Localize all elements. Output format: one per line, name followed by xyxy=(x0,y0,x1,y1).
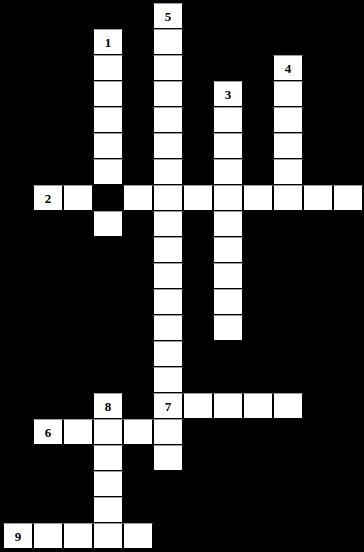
blocked-cell xyxy=(303,263,333,289)
grid-cell[interactable]: 3 xyxy=(213,81,243,107)
grid-cell[interactable] xyxy=(213,237,243,263)
blocked-cell xyxy=(273,3,303,29)
blocked-cell xyxy=(183,497,213,523)
blocked-cell xyxy=(93,263,123,289)
grid-cell[interactable] xyxy=(153,107,183,133)
blocked-cell xyxy=(273,237,303,263)
blocked-cell xyxy=(243,315,273,341)
blocked-cell xyxy=(333,445,363,471)
blocked-cell xyxy=(33,341,63,367)
clue-number: 7 xyxy=(165,400,172,413)
blocked-cell xyxy=(213,55,243,81)
blocked-cell xyxy=(333,315,363,341)
grid-cell[interactable] xyxy=(63,419,93,445)
grid-cell[interactable] xyxy=(153,419,183,445)
grid-cell[interactable] xyxy=(153,211,183,237)
blocked-cell xyxy=(33,237,63,263)
blocked-cell xyxy=(243,159,273,185)
grid-cell[interactable] xyxy=(153,55,183,81)
grid-cell[interactable] xyxy=(213,263,243,289)
blocked-cell xyxy=(63,3,93,29)
blocked-cell xyxy=(33,367,63,393)
grid-cell[interactable] xyxy=(153,263,183,289)
blocked-cell xyxy=(273,341,303,367)
blocked-cell xyxy=(333,523,363,549)
grid-cell[interactable] xyxy=(153,133,183,159)
blocked-cell xyxy=(273,315,303,341)
blocked-cell xyxy=(333,133,363,159)
blocked-cell xyxy=(333,159,363,185)
grid-cell[interactable]: 9 xyxy=(3,523,33,549)
blocked-cell xyxy=(63,81,93,107)
blocked-cell xyxy=(123,237,153,263)
blocked-cell xyxy=(123,55,153,81)
blocked-cell xyxy=(3,367,33,393)
grid-cell[interactable] xyxy=(153,367,183,393)
grid-cell[interactable]: 8 xyxy=(93,393,123,419)
grid-cell[interactable] xyxy=(93,471,123,497)
blocked-cell xyxy=(183,159,213,185)
blocked-cell xyxy=(33,29,63,55)
blocked-cell xyxy=(123,211,153,237)
grid-cell[interactable] xyxy=(183,185,213,211)
blocked-cell xyxy=(333,497,363,523)
blocked-cell xyxy=(243,523,273,549)
grid-cell[interactable]: 1 xyxy=(93,29,123,55)
grid-cell[interactable] xyxy=(273,159,303,185)
blocked-cell xyxy=(273,211,303,237)
blocked-cell xyxy=(243,367,273,393)
blocked-cell xyxy=(93,185,123,211)
grid-cell[interactable] xyxy=(213,107,243,133)
blocked-cell xyxy=(63,159,93,185)
clue-number: 5 xyxy=(165,10,172,23)
blocked-cell xyxy=(123,3,153,29)
blocked-cell xyxy=(123,81,153,107)
blocked-cell xyxy=(63,315,93,341)
blocked-cell xyxy=(303,3,333,29)
grid-cell[interactable] xyxy=(153,185,183,211)
blocked-cell xyxy=(3,237,33,263)
blocked-cell xyxy=(303,159,333,185)
blocked-cell xyxy=(213,419,243,445)
grid-cell[interactable]: 2 xyxy=(33,185,63,211)
grid-cell[interactable] xyxy=(123,185,153,211)
blocked-cell xyxy=(243,29,273,55)
blocked-cell xyxy=(333,471,363,497)
blocked-cell xyxy=(303,393,333,419)
blocked-cell xyxy=(93,289,123,315)
blocked-cell xyxy=(213,29,243,55)
blocked-cell xyxy=(273,419,303,445)
grid-cell[interactable] xyxy=(273,133,303,159)
blocked-cell xyxy=(123,445,153,471)
blocked-cell xyxy=(63,133,93,159)
blocked-cell xyxy=(3,393,33,419)
blocked-cell xyxy=(273,471,303,497)
blocked-cell xyxy=(123,393,153,419)
blocked-cell xyxy=(33,315,63,341)
blocked-cell xyxy=(123,497,153,523)
blocked-cell xyxy=(3,341,33,367)
blocked-cell xyxy=(333,237,363,263)
blocked-cell xyxy=(123,315,153,341)
blocked-cell xyxy=(123,159,153,185)
grid-cell[interactable] xyxy=(213,393,243,419)
blocked-cell xyxy=(33,3,63,29)
blocked-cell xyxy=(93,341,123,367)
blocked-cell xyxy=(93,3,123,29)
grid-cell[interactable] xyxy=(93,81,123,107)
blocked-cell xyxy=(63,55,93,81)
grid-cell[interactable] xyxy=(333,185,363,211)
blocked-cell xyxy=(183,29,213,55)
blocked-cell xyxy=(123,263,153,289)
blocked-cell xyxy=(33,107,63,133)
blocked-cell xyxy=(123,289,153,315)
blocked-cell xyxy=(243,133,273,159)
blocked-cell xyxy=(33,211,63,237)
blocked-cell xyxy=(63,497,93,523)
blocked-cell xyxy=(63,445,93,471)
blocked-cell xyxy=(153,497,183,523)
blocked-cell xyxy=(303,29,333,55)
grid-cell[interactable] xyxy=(303,185,333,211)
blocked-cell xyxy=(3,107,33,133)
grid-cell[interactable] xyxy=(273,393,303,419)
grid-cell[interactable] xyxy=(243,393,273,419)
blocked-cell xyxy=(33,159,63,185)
blocked-cell xyxy=(333,263,363,289)
blocked-cell xyxy=(63,211,93,237)
grid-cell[interactable] xyxy=(93,497,123,523)
blocked-cell xyxy=(33,81,63,107)
blocked-cell xyxy=(303,445,333,471)
blocked-cell xyxy=(183,133,213,159)
blocked-cell xyxy=(333,211,363,237)
blocked-cell xyxy=(243,419,273,445)
grid-cell[interactable] xyxy=(213,289,243,315)
blocked-cell xyxy=(33,289,63,315)
blocked-cell xyxy=(273,289,303,315)
blocked-cell xyxy=(183,367,213,393)
blocked-cell xyxy=(63,367,93,393)
blocked-cell xyxy=(183,211,213,237)
blocked-cell xyxy=(123,367,153,393)
grid-cell[interactable] xyxy=(153,159,183,185)
blocked-cell xyxy=(93,367,123,393)
blocked-cell xyxy=(243,471,273,497)
blocked-cell xyxy=(93,315,123,341)
blocked-cell xyxy=(33,445,63,471)
blocked-cell xyxy=(243,289,273,315)
blocked-cell xyxy=(303,341,333,367)
grid-cell[interactable] xyxy=(153,445,183,471)
grid-cell[interactable] xyxy=(33,523,63,549)
blocked-cell xyxy=(183,341,213,367)
blocked-cell xyxy=(243,107,273,133)
grid-cell[interactable] xyxy=(213,211,243,237)
grid-cell[interactable] xyxy=(153,341,183,367)
blocked-cell xyxy=(183,471,213,497)
blocked-cell xyxy=(213,471,243,497)
blocked-cell xyxy=(303,419,333,445)
grid-cell[interactable] xyxy=(93,445,123,471)
blocked-cell xyxy=(3,29,33,55)
blocked-cell xyxy=(33,393,63,419)
blocked-cell xyxy=(303,315,333,341)
blocked-cell xyxy=(333,367,363,393)
grid-cell[interactable]: 4 xyxy=(273,55,303,81)
blocked-cell xyxy=(33,133,63,159)
blocked-cell xyxy=(183,263,213,289)
blocked-cell xyxy=(123,341,153,367)
blocked-cell xyxy=(333,29,363,55)
grid-cell[interactable] xyxy=(63,185,93,211)
blocked-cell xyxy=(183,81,213,107)
blocked-cell xyxy=(213,341,243,367)
blocked-cell xyxy=(123,471,153,497)
blocked-cell xyxy=(333,55,363,81)
blocked-cell xyxy=(3,445,33,471)
grid-cell[interactable] xyxy=(213,315,243,341)
blocked-cell xyxy=(63,263,93,289)
blocked-cell xyxy=(303,133,333,159)
blocked-cell xyxy=(63,289,93,315)
blocked-cell xyxy=(3,81,33,107)
blocked-cell xyxy=(3,159,33,185)
blocked-cell xyxy=(303,523,333,549)
blocked-cell xyxy=(3,3,33,29)
blocked-cell xyxy=(63,107,93,133)
blocked-cell xyxy=(3,263,33,289)
blocked-cell xyxy=(273,523,303,549)
grid-cell[interactable] xyxy=(93,133,123,159)
grid-cell[interactable] xyxy=(273,81,303,107)
blocked-cell xyxy=(3,289,33,315)
blocked-cell xyxy=(153,471,183,497)
grid-cell[interactable] xyxy=(93,419,123,445)
blocked-cell xyxy=(333,289,363,315)
blocked-cell xyxy=(123,29,153,55)
blocked-cell xyxy=(243,445,273,471)
blocked-cell xyxy=(183,289,213,315)
grid-cell[interactable] xyxy=(123,523,153,549)
blocked-cell xyxy=(213,445,243,471)
grid-cell[interactable] xyxy=(213,159,243,185)
clue-number: 1 xyxy=(105,36,112,49)
grid-cell[interactable] xyxy=(153,29,183,55)
blocked-cell xyxy=(303,237,333,263)
blocked-cell xyxy=(183,107,213,133)
blocked-cell xyxy=(243,497,273,523)
clue-number: 9 xyxy=(15,530,22,543)
clue-number: 3 xyxy=(225,88,232,101)
blocked-cell xyxy=(243,81,273,107)
grid-cell[interactable] xyxy=(123,419,153,445)
grid-cell[interactable] xyxy=(93,159,123,185)
blocked-cell xyxy=(183,237,213,263)
blocked-cell xyxy=(153,523,183,549)
blocked-cell xyxy=(63,237,93,263)
blocked-cell xyxy=(333,419,363,445)
crossword-grid: 514328769 xyxy=(3,3,363,549)
blocked-cell xyxy=(213,3,243,29)
blocked-cell xyxy=(3,211,33,237)
grid-cell[interactable] xyxy=(213,185,243,211)
blocked-cell xyxy=(243,341,273,367)
grid-cell[interactable] xyxy=(153,289,183,315)
blocked-cell xyxy=(33,263,63,289)
blocked-cell xyxy=(213,497,243,523)
blocked-cell xyxy=(333,341,363,367)
grid-cell[interactable] xyxy=(93,55,123,81)
grid-cell[interactable]: 6 xyxy=(33,419,63,445)
blocked-cell xyxy=(273,497,303,523)
grid-cell[interactable] xyxy=(153,315,183,341)
blocked-cell xyxy=(123,107,153,133)
grid-cell[interactable] xyxy=(213,133,243,159)
blocked-cell xyxy=(303,367,333,393)
blocked-cell xyxy=(273,367,303,393)
grid-cell[interactable] xyxy=(273,107,303,133)
blocked-cell xyxy=(33,55,63,81)
blocked-cell xyxy=(3,55,33,81)
grid-cell[interactable] xyxy=(153,81,183,107)
blocked-cell xyxy=(63,471,93,497)
blocked-cell xyxy=(303,211,333,237)
blocked-cell xyxy=(183,419,213,445)
grid-cell[interactable] xyxy=(93,211,123,237)
blocked-cell xyxy=(333,81,363,107)
grid-cell[interactable] xyxy=(93,523,123,549)
blocked-cell xyxy=(243,263,273,289)
blocked-cell xyxy=(3,471,33,497)
grid-cell[interactable]: 5 xyxy=(153,3,183,29)
blocked-cell xyxy=(273,29,303,55)
blocked-cell xyxy=(3,315,33,341)
clue-number: 8 xyxy=(105,400,112,413)
blocked-cell xyxy=(33,497,63,523)
blocked-cell xyxy=(183,3,213,29)
blocked-cell xyxy=(243,55,273,81)
blocked-cell xyxy=(183,55,213,81)
blocked-cell xyxy=(303,289,333,315)
grid-cell[interactable] xyxy=(183,393,213,419)
grid-cell[interactable] xyxy=(93,107,123,133)
blocked-cell xyxy=(333,393,363,419)
blocked-cell xyxy=(3,419,33,445)
blocked-cell xyxy=(213,367,243,393)
blocked-cell xyxy=(273,445,303,471)
clue-number: 4 xyxy=(285,62,292,75)
grid-cell[interactable] xyxy=(243,185,273,211)
blocked-cell xyxy=(123,133,153,159)
blocked-cell xyxy=(243,237,273,263)
grid-cell[interactable] xyxy=(273,185,303,211)
clue-number: 6 xyxy=(45,426,52,439)
blocked-cell xyxy=(303,471,333,497)
blocked-cell xyxy=(33,471,63,497)
blocked-cell xyxy=(303,107,333,133)
blocked-cell xyxy=(183,315,213,341)
grid-cell[interactable] xyxy=(63,523,93,549)
blocked-cell xyxy=(303,497,333,523)
blocked-cell xyxy=(3,133,33,159)
blocked-cell xyxy=(63,393,93,419)
crossword-puzzle: 514328769 xyxy=(0,0,364,552)
blocked-cell xyxy=(3,497,33,523)
clue-number: 2 xyxy=(45,192,52,205)
grid-cell[interactable] xyxy=(153,237,183,263)
blocked-cell xyxy=(93,237,123,263)
blocked-cell xyxy=(3,185,33,211)
blocked-cell xyxy=(63,29,93,55)
blocked-cell xyxy=(303,81,333,107)
blocked-cell xyxy=(183,445,213,471)
blocked-cell xyxy=(213,523,243,549)
grid-cell[interactable]: 7 xyxy=(153,393,183,419)
blocked-cell xyxy=(183,523,213,549)
blocked-cell xyxy=(63,341,93,367)
blocked-cell xyxy=(243,211,273,237)
blocked-cell xyxy=(243,3,273,29)
blocked-cell xyxy=(333,107,363,133)
blocked-cell xyxy=(273,263,303,289)
blocked-cell xyxy=(333,3,363,29)
blocked-cell xyxy=(303,55,333,81)
